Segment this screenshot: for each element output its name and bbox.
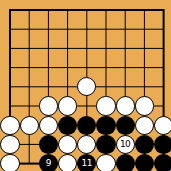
- board-point[interactable]: [58, 135, 77, 154]
- white-stone: [77, 135, 96, 154]
- board-point[interactable]: [135, 77, 154, 96]
- board-point[interactable]: [135, 0, 154, 19]
- board-point[interactable]: [135, 116, 154, 135]
- board-point[interactable]: [154, 77, 171, 96]
- white-stone: [58, 135, 77, 154]
- white-stone: [96, 96, 115, 115]
- black-stone: 9: [39, 154, 58, 171]
- white-stone: [135, 116, 154, 135]
- board-point[interactable]: [39, 77, 58, 96]
- white-stone: [154, 116, 171, 135]
- black-stone: [96, 116, 115, 135]
- black-stone: [116, 116, 135, 135]
- white-stone: [58, 96, 77, 115]
- white-stone: [0, 135, 19, 154]
- board-point[interactable]: [39, 96, 58, 115]
- board-point[interactable]: [0, 77, 19, 96]
- board-point[interactable]: [0, 39, 19, 58]
- board-point[interactable]: [77, 77, 96, 96]
- white-stone: [0, 116, 19, 135]
- white-stone: [0, 154, 19, 171]
- white-stone: [39, 96, 58, 115]
- black-stone: [96, 135, 115, 154]
- board-point[interactable]: [58, 77, 77, 96]
- white-stone: [135, 96, 154, 115]
- move-number-label: 9: [46, 159, 51, 168]
- white-stone: [96, 154, 115, 171]
- board-point[interactable]: [77, 96, 96, 115]
- board-point[interactable]: [116, 39, 135, 58]
- board-point[interactable]: 10: [116, 135, 135, 154]
- board-point[interactable]: [20, 0, 39, 19]
- board-point[interactable]: [39, 116, 58, 135]
- black-stone: [154, 154, 171, 171]
- board-point[interactable]: [154, 58, 171, 77]
- board-point[interactable]: [39, 135, 58, 154]
- black-stone: [135, 135, 154, 154]
- board-point[interactable]: [0, 135, 19, 154]
- board-point[interactable]: [39, 58, 58, 77]
- board-point[interactable]: [77, 20, 96, 39]
- black-stone: [77, 116, 96, 135]
- white-stone: [58, 154, 77, 171]
- board-point[interactable]: [135, 96, 154, 115]
- board-point[interactable]: [116, 77, 135, 96]
- board-point[interactable]: [154, 39, 171, 58]
- white-stone: [116, 96, 135, 115]
- board-point[interactable]: [58, 20, 77, 39]
- board-point[interactable]: [116, 154, 135, 171]
- go-board-diagram[interactable]: 10911: [0, 0, 171, 171]
- board-point[interactable]: [58, 0, 77, 19]
- board-point[interactable]: 9: [39, 154, 58, 171]
- board-point[interactable]: [20, 116, 39, 135]
- board-point[interactable]: [20, 58, 39, 77]
- move-number-label: 11: [82, 159, 92, 168]
- black-stone: [39, 135, 58, 154]
- black-stone: [154, 135, 171, 154]
- board-point[interactable]: [96, 39, 115, 58]
- board-point[interactable]: [135, 58, 154, 77]
- board-point[interactable]: [154, 116, 171, 135]
- board-point[interactable]: [0, 58, 19, 77]
- board-point[interactable]: [77, 39, 96, 58]
- white-stone: [77, 77, 96, 96]
- board-point[interactable]: [58, 116, 77, 135]
- board-point[interactable]: [39, 0, 58, 19]
- board-point[interactable]: [154, 20, 171, 39]
- white-stone: 10: [116, 135, 135, 154]
- board-point[interactable]: [154, 0, 171, 19]
- board-point[interactable]: [77, 58, 96, 77]
- black-stone: [116, 154, 135, 171]
- board-point[interactable]: [96, 96, 115, 115]
- board-point[interactable]: [77, 135, 96, 154]
- board-point[interactable]: [96, 58, 115, 77]
- board-point[interactable]: [154, 154, 171, 171]
- board-point[interactable]: [20, 154, 39, 171]
- board-point[interactable]: [0, 96, 19, 115]
- board-point[interactable]: [96, 77, 115, 96]
- board-point[interactable]: [96, 154, 115, 171]
- board-point[interactable]: [20, 39, 39, 58]
- board-point[interactable]: [0, 0, 19, 19]
- stones-layer: 10911: [0, 0, 171, 171]
- board-point[interactable]: [20, 20, 39, 39]
- board-point[interactable]: [135, 135, 154, 154]
- board-point[interactable]: [77, 116, 96, 135]
- board-point[interactable]: [154, 96, 171, 115]
- board-point[interactable]: [96, 135, 115, 154]
- board-point[interactable]: [39, 20, 58, 39]
- black-stone: [58, 116, 77, 135]
- board-point[interactable]: [39, 39, 58, 58]
- board-point[interactable]: [116, 58, 135, 77]
- board-point[interactable]: [0, 116, 19, 135]
- white-stone: [20, 116, 39, 135]
- board-point[interactable]: [58, 58, 77, 77]
- board-point[interactable]: [96, 20, 115, 39]
- board-point[interactable]: [77, 0, 96, 19]
- board-point[interactable]: [135, 39, 154, 58]
- board-point[interactable]: [58, 154, 77, 171]
- board-point[interactable]: [58, 39, 77, 58]
- board-point[interactable]: [116, 96, 135, 115]
- board-point[interactable]: [116, 116, 135, 135]
- board-point[interactable]: [135, 154, 154, 171]
- white-stone: [39, 116, 58, 135]
- board-point[interactable]: [116, 20, 135, 39]
- board-point[interactable]: [20, 135, 39, 154]
- board-point[interactable]: [0, 20, 19, 39]
- board-point[interactable]: 11: [77, 154, 96, 171]
- black-stone: 11: [77, 154, 96, 171]
- board-point[interactable]: [0, 154, 19, 171]
- black-stone: [135, 154, 154, 171]
- board-point[interactable]: [154, 135, 171, 154]
- board-point[interactable]: [58, 96, 77, 115]
- board-point[interactable]: [20, 77, 39, 96]
- board-point[interactable]: [116, 0, 135, 19]
- board-point[interactable]: [135, 20, 154, 39]
- board-point[interactable]: [96, 0, 115, 19]
- board-point[interactable]: [20, 96, 39, 115]
- board-point[interactable]: [96, 116, 115, 135]
- move-number-label: 10: [120, 140, 130, 149]
